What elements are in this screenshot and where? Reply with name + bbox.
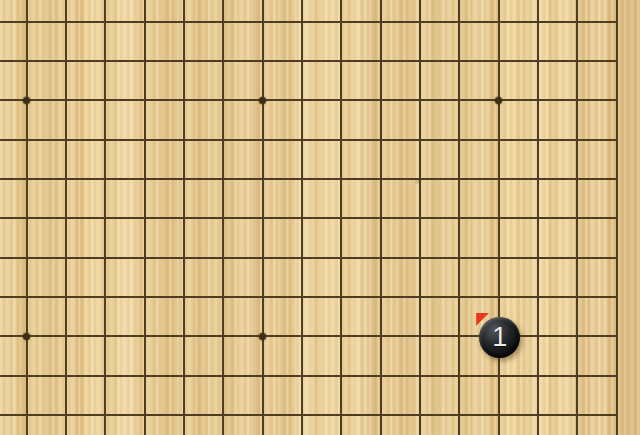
star-point: [259, 333, 266, 340]
grid-hline: [0, 21, 618, 23]
star-point: [495, 97, 502, 104]
grid-hline: [0, 414, 618, 416]
grid-hline: [0, 335, 618, 337]
grid-hline: [0, 99, 618, 101]
grid-hline: [0, 217, 618, 219]
black-stone-move-1: 1: [479, 317, 520, 358]
grid-hline: [0, 257, 618, 259]
star-point: [259, 97, 266, 104]
grid-hline: [0, 178, 618, 180]
grid-hline: [0, 375, 618, 377]
grid-hline: [0, 296, 618, 298]
go-board[interactable]: 1: [0, 0, 640, 435]
star-point: [23, 333, 30, 340]
go-app-screenshot: 1: [0, 0, 640, 435]
grid-hline: [0, 139, 618, 141]
star-point: [23, 97, 30, 104]
move-number-label: 1: [492, 324, 507, 351]
grid-hline: [0, 60, 618, 62]
